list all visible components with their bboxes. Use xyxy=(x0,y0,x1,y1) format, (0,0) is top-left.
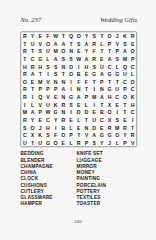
grid-cell: G xyxy=(98,131,106,139)
grid-cell: M xyxy=(121,55,129,63)
grid-cell: Y xyxy=(121,131,129,139)
grid-cell: R xyxy=(21,116,29,124)
grid-cell: O xyxy=(106,108,114,116)
grid-cell: N xyxy=(59,108,67,116)
grid-cell: N xyxy=(67,47,75,55)
grid-cell: I xyxy=(75,63,83,71)
grid-cell: E xyxy=(98,55,106,63)
grid-cell: N xyxy=(83,124,91,132)
grid-cell: S xyxy=(52,70,60,78)
grid-cell: E xyxy=(129,40,137,48)
grid-cell: I xyxy=(90,85,98,93)
grid-cell: P xyxy=(44,85,52,93)
grid-cell: R xyxy=(59,116,67,124)
grid-cell: N xyxy=(75,85,83,93)
grid-cell: O xyxy=(75,32,83,40)
grid-cell: E xyxy=(75,47,83,55)
grid-cell: S xyxy=(90,139,98,147)
grid-cell: L xyxy=(113,63,121,71)
grid-cell: N xyxy=(59,78,67,86)
grid-cell: S xyxy=(90,63,98,71)
grid-cell: L xyxy=(75,116,83,124)
grid-cell: E xyxy=(67,116,75,124)
grid-cell: M xyxy=(113,124,121,132)
grid-cell: L xyxy=(129,70,137,78)
grid-cell: O xyxy=(67,70,75,78)
grid-cell: S xyxy=(59,55,67,63)
grid-cell: A xyxy=(52,40,60,48)
grid-cell: I xyxy=(21,101,29,109)
grid-cell: T xyxy=(59,70,67,78)
grid-cell: T xyxy=(36,70,44,78)
grid-cell: A xyxy=(52,55,60,63)
grid-cell: O xyxy=(21,78,29,86)
grid-cell: O xyxy=(44,40,52,48)
grid-cell: C xyxy=(129,63,137,71)
grid-cell: P xyxy=(113,47,121,55)
grid-cell: Y xyxy=(83,32,91,40)
grid-cell: C xyxy=(21,131,29,139)
grid-cell: O xyxy=(59,131,67,139)
grid-cell: A xyxy=(90,131,98,139)
grid-cell: S xyxy=(113,55,121,63)
grid-cell: L xyxy=(67,124,75,132)
grid-cell: E xyxy=(75,101,83,109)
grid-cell: L xyxy=(67,139,75,147)
grid-cell: O xyxy=(52,139,60,147)
word-list-column-left: BEDDINGBLENDERCHAMPAGNECHINACLOCKCUSHION… xyxy=(21,151,77,207)
grid-cell: C xyxy=(113,93,121,101)
grid-cell: F xyxy=(52,131,60,139)
grid-cell: T xyxy=(129,124,137,132)
grid-cell: C xyxy=(129,85,137,93)
grid-cell: I xyxy=(52,124,60,132)
grid-cell: T xyxy=(106,47,114,55)
word-list: BEDDINGBLENDERCHAMPAGNECHINACLOCKCUSHION… xyxy=(21,151,138,207)
grid-cell: V xyxy=(44,78,52,86)
grid-cell: T xyxy=(21,40,29,48)
grid-cell: T xyxy=(29,139,37,147)
grid-cell: N xyxy=(59,63,67,71)
grid-cell: L xyxy=(83,101,91,109)
grid-cell: F xyxy=(75,78,83,86)
grid-cell: R xyxy=(106,124,114,132)
puzzle-number: No. 237 xyxy=(21,16,42,24)
grid-cell: M xyxy=(90,93,98,101)
grid-cell: G xyxy=(36,55,44,63)
grid-cell: J xyxy=(36,124,44,132)
grid-cell: O xyxy=(106,32,114,40)
grid-cell: H xyxy=(44,124,52,132)
grid-cell: A xyxy=(98,93,106,101)
grid-cell: T xyxy=(113,78,121,86)
grid-cell: N xyxy=(52,78,60,86)
grid-cell: E xyxy=(59,139,67,147)
grid-cell: S xyxy=(121,40,129,48)
grid-cell: G xyxy=(106,131,114,139)
grid-cell: T xyxy=(75,131,83,139)
grid-cell: A xyxy=(98,70,106,78)
grid-cell: C xyxy=(121,78,129,86)
grid-cell: R xyxy=(129,32,137,40)
grid-cell: H xyxy=(106,93,114,101)
grid-cell: I xyxy=(44,70,52,78)
grid-cell: A xyxy=(83,55,91,63)
grid-cell: T xyxy=(98,32,106,40)
grid-cell: G xyxy=(113,70,121,78)
grid-cell: V xyxy=(129,139,137,147)
grid-cell: G xyxy=(52,108,60,116)
wordsearch-grid: RYEFWTQOYSTOJKRTUVOAATSARLPVSERTSUMONEYF… xyxy=(21,32,138,148)
grid-cell: T xyxy=(98,47,106,55)
grid-cell: P xyxy=(121,139,129,147)
grid-cell: L xyxy=(113,139,121,147)
grid-cell: W xyxy=(44,108,52,116)
grid-cell: E xyxy=(36,116,44,124)
grid-cell: E xyxy=(75,124,83,132)
grid-cell: X xyxy=(106,101,114,109)
grid-cell: C xyxy=(129,108,137,116)
grid-cell: H xyxy=(21,63,29,71)
grid-cell: W xyxy=(75,55,83,63)
grid-cell: E xyxy=(36,32,44,40)
grid-cell: U xyxy=(90,116,98,124)
grid-cell: E xyxy=(90,108,98,116)
grid-cell: D xyxy=(83,108,91,116)
grid-cell: T xyxy=(106,78,114,86)
grid-cell: H xyxy=(129,101,137,109)
grid-cell: A xyxy=(59,40,67,48)
grid-cell: R xyxy=(129,131,137,139)
grid-cell: A xyxy=(83,40,91,48)
grid-cell: T xyxy=(98,101,106,109)
grid-cell: O xyxy=(67,63,75,71)
grid-cell: E xyxy=(52,93,60,101)
grid-cell: J xyxy=(113,32,121,40)
grid-cell: V xyxy=(36,101,44,109)
grid-cell: R xyxy=(29,63,37,71)
grid-cell: L xyxy=(29,101,37,109)
grid-cell: V xyxy=(113,40,121,48)
grid-cell: C xyxy=(98,116,106,124)
grid-cell: A xyxy=(59,85,67,93)
grid-cell: S xyxy=(113,116,121,124)
grid-cell: D xyxy=(75,108,83,116)
grid-cell: Y xyxy=(98,139,106,147)
grid-cell: U xyxy=(113,85,121,93)
grid-cell: Y xyxy=(29,116,37,124)
grid-cell: S xyxy=(90,32,98,40)
grid-cell: Q xyxy=(121,63,129,71)
grid-cell: U xyxy=(44,101,52,109)
grid-cell: G xyxy=(44,139,52,147)
grid-cell: S xyxy=(67,101,75,109)
grid-cell: P xyxy=(36,108,44,116)
grid-cell: I xyxy=(67,85,75,93)
grid-cell: H xyxy=(83,63,91,71)
grid-cell: S xyxy=(44,131,52,139)
grid-cell: P xyxy=(36,85,44,93)
grid-cell: E xyxy=(29,78,37,86)
grid-cell: R xyxy=(21,85,29,93)
grid-cell: R xyxy=(21,47,29,55)
grid-cell: Q xyxy=(36,93,44,101)
grid-cell: V xyxy=(83,131,91,139)
grid-cell: T xyxy=(121,101,129,109)
grid-cell: Y xyxy=(83,47,91,55)
grid-cell: X xyxy=(106,116,114,124)
grid-cell: T xyxy=(83,116,91,124)
grid-cell: O xyxy=(113,131,121,139)
grid-cell: R xyxy=(121,124,129,132)
grid-cell: N xyxy=(98,85,106,93)
grid-cell: N xyxy=(59,93,67,101)
word-list-column-right: KNIFE SETLUGGAGEMIRRORMONEYPAINTINGPORCE… xyxy=(77,151,138,207)
grid-cell: W xyxy=(52,32,60,40)
grid-cell: I xyxy=(113,108,121,116)
grid-cell: I xyxy=(67,78,75,86)
grid-cell: P xyxy=(67,131,75,139)
grid-cell: P xyxy=(106,40,114,48)
grid-cell: F xyxy=(83,78,91,86)
grid-cell: I xyxy=(29,93,37,101)
grid-cell: G xyxy=(106,85,114,93)
grid-cell: A xyxy=(106,55,114,63)
grid-cell: S xyxy=(44,63,52,71)
grid-cell: A xyxy=(29,70,37,78)
grid-cell: S xyxy=(36,47,44,55)
grid-cell: T xyxy=(59,32,67,40)
grid-cell: L xyxy=(44,55,52,63)
grid-cell: Y xyxy=(29,32,37,40)
grid-cell: E xyxy=(121,116,129,124)
grid-cell: F xyxy=(44,32,52,40)
grid-cell: T xyxy=(83,85,91,93)
grid-cell: I xyxy=(129,116,137,124)
grid-cell: O xyxy=(59,47,67,55)
grid-cell: M xyxy=(21,108,29,116)
grid-cell: A xyxy=(75,93,83,101)
grid-cell: U xyxy=(36,139,44,147)
grid-cell: Y xyxy=(52,116,60,124)
grid-cell: T xyxy=(67,40,75,48)
grid-cell: R xyxy=(90,40,98,48)
grid-cell: U xyxy=(44,47,52,55)
grid-cell: O xyxy=(129,47,137,55)
grid-cell: R xyxy=(90,55,98,63)
book-page: No. 237 Wedding Gifts RYEFWTQOYSTOJKRTUV… xyxy=(0,0,156,240)
grid-cell: V xyxy=(44,93,52,101)
grid-cell: F xyxy=(90,47,98,55)
grid-cell: K xyxy=(36,131,44,139)
grid-cell: H xyxy=(36,63,44,71)
grid-cell: U xyxy=(29,40,37,48)
grid-cell: T xyxy=(21,55,29,63)
grid-cell: C xyxy=(106,63,114,71)
grid-cell: M xyxy=(52,47,60,55)
grid-cell: P xyxy=(121,85,129,93)
grid-cell: G xyxy=(90,70,98,78)
grid-cell: P xyxy=(83,139,91,147)
grid-cell: B xyxy=(75,70,83,78)
grid-cell: G xyxy=(67,93,75,101)
grid-cell: O xyxy=(129,78,137,86)
grid-cell: O xyxy=(121,93,129,101)
grid-cell: D xyxy=(90,124,98,132)
grid-cell: L xyxy=(98,40,106,48)
grid-cell: T xyxy=(29,85,37,93)
grid-cell: E xyxy=(83,70,91,78)
grid-cell: E xyxy=(113,101,121,109)
grid-cell: A xyxy=(121,47,129,55)
grid-cell: U xyxy=(121,70,129,78)
page-header: No. 237 Wedding Gifts xyxy=(21,16,138,24)
grid-cell: P xyxy=(52,85,60,93)
grid-cell: S xyxy=(67,55,75,63)
grid-cell: G xyxy=(106,70,114,78)
grid-cell: A xyxy=(29,108,37,116)
grid-cell: I xyxy=(67,108,75,116)
grid-cell: P xyxy=(129,55,137,63)
word-list-item: HAMPER xyxy=(21,201,77,207)
grid-cell: R xyxy=(75,139,83,147)
grid-cell: B xyxy=(59,124,67,132)
grid-cell: V xyxy=(36,40,44,48)
grid-cell: R xyxy=(21,93,29,101)
grid-cell: K xyxy=(129,93,137,101)
grid-cell: P xyxy=(83,93,91,101)
grid-cell: J xyxy=(106,139,114,147)
grid-cell: R xyxy=(59,101,67,109)
grid-cell: X xyxy=(29,131,37,139)
grid-cell: R xyxy=(21,70,29,78)
grid-cell: O xyxy=(29,124,37,132)
grid-cell: U xyxy=(21,139,29,147)
grid-cell: P xyxy=(98,78,106,86)
puzzle-title: Wedding Gifts xyxy=(100,16,137,24)
grid-cell: B xyxy=(98,108,106,116)
grid-cell: K xyxy=(52,101,60,109)
grid-cell: Q xyxy=(67,32,75,40)
grid-cell: K xyxy=(121,32,129,40)
grid-cell: C xyxy=(44,116,52,124)
grid-cell: C xyxy=(29,55,37,63)
page-number: 240 xyxy=(0,219,156,224)
grid-cell: T xyxy=(29,47,37,55)
grid-cell: U xyxy=(98,63,106,71)
grid-cell: T xyxy=(121,108,129,116)
grid-cell: S xyxy=(75,40,83,48)
grid-cell: I xyxy=(90,101,98,109)
grid-cell: T xyxy=(90,78,98,86)
grid-cell: R xyxy=(21,32,29,40)
grid-cell: S xyxy=(52,63,60,71)
word-list-item: TOASTER xyxy=(77,201,138,207)
grid-cell: M xyxy=(36,78,44,86)
grid-cell: E xyxy=(98,124,106,132)
grid-cell: S xyxy=(21,124,29,132)
